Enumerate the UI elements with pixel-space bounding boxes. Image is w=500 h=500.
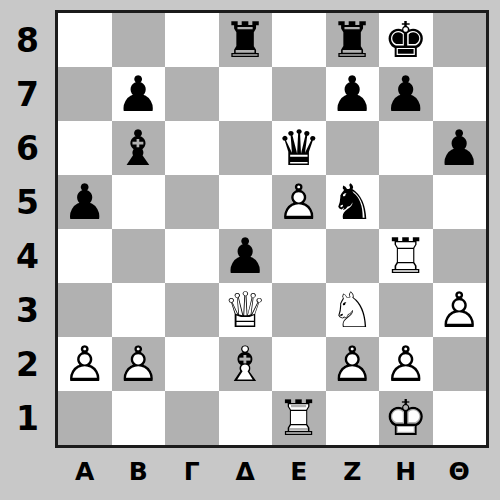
square-b4	[112, 229, 166, 283]
square-b8	[112, 13, 166, 67]
piece-white-pawn-fill: ♟	[326, 337, 380, 391]
square-h5	[433, 175, 487, 229]
rank-label-2: 2	[0, 337, 55, 391]
rank-label-6: 6	[0, 121, 55, 175]
square-b3	[112, 283, 166, 337]
square-f3: ♞♘	[326, 283, 380, 337]
piece-white-pawn: ♙	[379, 337, 433, 391]
piece-white-king: ♔	[379, 391, 433, 445]
square-g7: ♟	[379, 67, 433, 121]
square-g6	[379, 121, 433, 175]
piece-black-pawn: ♟	[58, 175, 112, 229]
piece-white-queen: ♕	[219, 283, 273, 337]
rank-label-3: 3	[0, 283, 55, 337]
piece-white-pawn: ♙	[272, 175, 326, 229]
square-g5	[379, 175, 433, 229]
file-labels: ΑΒΓΔΕΖΗΘ	[58, 450, 486, 492]
square-c3	[165, 283, 219, 337]
piece-white-king-fill: ♚	[379, 391, 433, 445]
square-a7	[58, 67, 112, 121]
square-e1: ♜♖	[272, 391, 326, 445]
file-label-d: Δ	[219, 450, 273, 492]
square-f8: ♜	[326, 13, 380, 67]
square-f6	[326, 121, 380, 175]
piece-white-pawn: ♙	[433, 283, 487, 337]
file-label-a: Α	[58, 450, 112, 492]
piece-white-pawn-fill: ♟	[379, 337, 433, 391]
square-e6: ♛	[272, 121, 326, 175]
piece-white-rook: ♖	[379, 229, 433, 283]
square-g4: ♜♖	[379, 229, 433, 283]
square-d2: ♝♗	[219, 337, 273, 391]
square-a6	[58, 121, 112, 175]
piece-black-rook: ♜	[326, 13, 380, 67]
rank-label-4: 4	[0, 229, 55, 283]
piece-black-pawn: ♟	[219, 229, 273, 283]
square-h3: ♟♙	[433, 283, 487, 337]
piece-white-knight: ♘	[326, 283, 380, 337]
file-label-c: Γ	[165, 450, 219, 492]
file-label-b: Β	[112, 450, 166, 492]
square-b7: ♟	[112, 67, 166, 121]
square-f1	[326, 391, 380, 445]
rank-labels: 87654321	[0, 13, 55, 445]
rank-label-8: 8	[0, 13, 55, 67]
square-c8	[165, 13, 219, 67]
square-g3	[379, 283, 433, 337]
piece-white-bishop-fill: ♝	[219, 337, 273, 391]
square-c7	[165, 67, 219, 121]
piece-white-queen-fill: ♛	[219, 283, 273, 337]
square-a2: ♟♙	[58, 337, 112, 391]
square-a5: ♟	[58, 175, 112, 229]
chess-diagram: 87654321 ♜♜♚♟♟♟♝♛♟♟♟♙♞♟♜♖♛♕♞♘♟♙♟♙♟♙♝♗♟♙♟…	[0, 0, 500, 500]
square-c5	[165, 175, 219, 229]
square-d5	[219, 175, 273, 229]
piece-white-bishop: ♗	[219, 337, 273, 391]
piece-white-pawn-fill: ♟	[58, 337, 112, 391]
square-b6: ♝	[112, 121, 166, 175]
square-d1	[219, 391, 273, 445]
piece-black-pawn: ♟	[326, 67, 380, 121]
file-label-g: Η	[379, 450, 433, 492]
square-h2	[433, 337, 487, 391]
piece-black-king: ♚	[379, 13, 433, 67]
square-h7	[433, 67, 487, 121]
piece-white-knight-fill: ♞	[326, 283, 380, 337]
square-f4	[326, 229, 380, 283]
piece-white-pawn-fill: ♟	[112, 337, 166, 391]
square-d6	[219, 121, 273, 175]
square-h8	[433, 13, 487, 67]
square-e8	[272, 13, 326, 67]
piece-white-pawn: ♙	[112, 337, 166, 391]
square-h4	[433, 229, 487, 283]
square-b2: ♟♙	[112, 337, 166, 391]
square-a3	[58, 283, 112, 337]
piece-white-rook-fill: ♜	[379, 229, 433, 283]
square-e2	[272, 337, 326, 391]
square-h1	[433, 391, 487, 445]
piece-white-pawn: ♙	[326, 337, 380, 391]
piece-black-pawn: ♟	[112, 67, 166, 121]
square-c6	[165, 121, 219, 175]
square-d4: ♟	[219, 229, 273, 283]
square-d7	[219, 67, 273, 121]
square-g2: ♟♙	[379, 337, 433, 391]
file-label-e: Ε	[272, 450, 326, 492]
file-label-f: Ζ	[326, 450, 380, 492]
chess-board: ♜♜♚♟♟♟♝♛♟♟♟♙♞♟♜♖♛♕♞♘♟♙♟♙♟♙♝♗♟♙♟♙♜♖♚♔	[55, 10, 489, 448]
square-a8	[58, 13, 112, 67]
square-f7: ♟	[326, 67, 380, 121]
rank-label-1: 1	[0, 391, 55, 445]
square-h6: ♟	[433, 121, 487, 175]
piece-black-bishop: ♝	[112, 121, 166, 175]
piece-black-pawn: ♟	[433, 121, 487, 175]
square-g8: ♚	[379, 13, 433, 67]
piece-white-rook-fill: ♜	[272, 391, 326, 445]
square-e4	[272, 229, 326, 283]
square-e3	[272, 283, 326, 337]
piece-white-pawn-fill: ♟	[272, 175, 326, 229]
square-e5: ♟♙	[272, 175, 326, 229]
square-c1	[165, 391, 219, 445]
piece-black-rook: ♜	[219, 13, 273, 67]
rank-label-5: 5	[0, 175, 55, 229]
file-label-h: Θ	[433, 450, 487, 492]
square-d3: ♛♕	[219, 283, 273, 337]
square-f5: ♞	[326, 175, 380, 229]
piece-white-pawn-fill: ♟	[433, 283, 487, 337]
piece-black-pawn: ♟	[379, 67, 433, 121]
piece-white-pawn: ♙	[58, 337, 112, 391]
square-c2	[165, 337, 219, 391]
piece-white-rook: ♖	[272, 391, 326, 445]
square-d8: ♜	[219, 13, 273, 67]
square-a4	[58, 229, 112, 283]
square-c4	[165, 229, 219, 283]
square-b1	[112, 391, 166, 445]
square-b5	[112, 175, 166, 229]
piece-black-knight: ♞	[326, 175, 380, 229]
rank-label-7: 7	[0, 67, 55, 121]
square-g1: ♚♔	[379, 391, 433, 445]
square-e7	[272, 67, 326, 121]
square-a1	[58, 391, 112, 445]
piece-black-queen: ♛	[272, 121, 326, 175]
square-f2: ♟♙	[326, 337, 380, 391]
